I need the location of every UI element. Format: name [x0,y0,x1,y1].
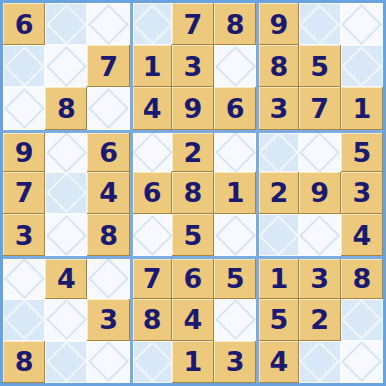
cell-r3c5: 9 [172,87,214,129]
diamond-ornament [215,132,256,172]
given-digit: 7 [184,11,203,38]
cell-r6c3: 8 [87,214,129,256]
cell-r8c1[interactable] [3,299,45,341]
given-digit: 4 [352,222,371,249]
diamond-ornament [299,132,340,172]
cell-r4c2[interactable] [45,130,87,172]
given-digit: 3 [15,222,34,249]
cell-r2c9[interactable] [341,45,383,87]
given-digit: 3 [184,53,203,80]
cell-r7c9: 8 [341,256,383,298]
given-digit: 8 [226,11,245,38]
cell-r9c2[interactable] [45,341,87,383]
cell-r2c8: 5 [299,45,341,87]
given-digit: 8 [352,265,371,292]
diamond-ornament [132,341,172,382]
cell-r3c2: 8 [45,87,87,129]
cell-r1c9[interactable] [341,3,383,45]
cell-r1c2[interactable] [45,3,87,45]
cell-r5c5: 8 [172,172,214,214]
diamond-ornament [88,258,129,298]
cell-r2c7: 8 [256,45,298,87]
given-digit: 7 [15,179,34,206]
cell-r3c3[interactable] [87,87,129,129]
given-digit: 1 [270,265,289,292]
cell-r5c2[interactable] [45,172,87,214]
diamond-ornament [132,215,172,256]
diamond-ornament [88,4,129,45]
diamond-ornament [258,215,298,256]
diamond-ornament [46,132,87,172]
cell-r2c2[interactable] [45,45,87,87]
given-digit: 1 [352,95,371,122]
cell-r4c9: 5 [341,130,383,172]
cell-r7c8: 3 [299,256,341,298]
given-digit: 5 [270,306,289,333]
diamond-ornament [341,341,382,382]
given-digit: 9 [184,95,203,122]
given-digit: 2 [310,306,329,333]
given-digit: 9 [270,11,289,38]
sudoku-board: 6789713858496371962574681293385447651383… [0,0,386,386]
cell-r5c7: 2 [256,172,298,214]
cell-r7c2: 4 [45,256,87,298]
given-digit: 6 [143,179,162,206]
given-digit: 5 [310,53,329,80]
diamond-ornament [4,299,45,340]
given-digit: 4 [99,179,118,206]
given-digit: 2 [184,139,203,166]
diamond-ornament [299,4,340,45]
diamond-ornament [88,88,129,129]
given-digit: 2 [270,179,289,206]
diamond-ornament [46,341,87,382]
cell-r1c6: 8 [214,3,256,45]
diamond-ornament [215,299,256,340]
cell-r1c1: 6 [3,3,45,45]
given-digit: 4 [184,306,203,333]
cell-r9c9[interactable] [341,341,383,383]
cell-r5c8: 9 [299,172,341,214]
cell-r1c4[interactable] [130,3,172,45]
cell-r2c1[interactable] [3,45,45,87]
cell-r1c8[interactable] [299,3,341,45]
cell-r3c1[interactable] [3,87,45,129]
diamond-ornament [215,215,256,256]
given-digit: 7 [99,53,118,80]
cell-r3c4: 4 [130,87,172,129]
cell-r7c4: 7 [130,256,172,298]
cell-r8c5: 4 [172,299,214,341]
given-digit: 8 [57,95,76,122]
given-digit: 3 [226,348,245,375]
diamond-ornament [341,299,382,340]
cell-r9c3[interactable] [87,341,129,383]
diamond-ornament [299,215,340,256]
cell-r8c6[interactable] [214,299,256,341]
given-digit: 8 [99,222,118,249]
diamond-ornament [46,299,87,340]
diamond-ornament [341,46,382,87]
given-digit: 4 [270,348,289,375]
cell-r2c3: 7 [87,45,129,87]
given-digit: 9 [310,179,329,206]
cell-r5c3: 4 [87,172,129,214]
cell-r2c4: 1 [130,45,172,87]
cell-r6c4[interactable] [130,214,172,256]
given-digit: 1 [143,53,162,80]
cell-r6c5: 5 [172,214,214,256]
given-digit: 5 [226,265,245,292]
cell-r4c1: 9 [3,130,45,172]
cell-r6c7[interactable] [256,214,298,256]
diamond-ornament [88,341,129,382]
cell-r7c5: 6 [172,256,214,298]
given-digit: 8 [15,348,34,375]
cell-r9c8[interactable] [299,341,341,383]
cell-r5c9: 3 [341,172,383,214]
cell-r8c2[interactable] [45,299,87,341]
cell-r7c7: 1 [256,256,298,298]
cell-r3c9: 1 [341,87,383,129]
diamond-ornament [4,88,45,129]
cell-r6c9: 4 [341,214,383,256]
cell-r9c1: 8 [3,341,45,383]
diamond-ornament [46,215,87,256]
given-digit: 6 [226,95,245,122]
cell-r8c4: 8 [130,299,172,341]
given-digit: 8 [184,179,203,206]
given-digit: 3 [310,265,329,292]
cell-r4c8[interactable] [299,130,341,172]
diamond-ornament [4,46,45,87]
given-digit: 4 [57,265,76,292]
given-digit: 1 [184,348,203,375]
cell-r7c3[interactable] [87,256,129,298]
cell-r8c9[interactable] [341,299,383,341]
cell-r4c6[interactable] [214,130,256,172]
cell-r4c4[interactable] [130,130,172,172]
cell-r7c1[interactable] [3,256,45,298]
cell-r4c3: 6 [87,130,129,172]
diamond-ornament [132,132,172,172]
cell-r4c7[interactable] [256,130,298,172]
cell-r1c3[interactable] [87,3,129,45]
cell-r9c6: 3 [214,341,256,383]
cell-r8c8: 2 [299,299,341,341]
cell-r7c6: 5 [214,256,256,298]
cell-r2c5: 3 [172,45,214,87]
cell-r8c7: 5 [256,299,298,341]
given-digit: 7 [310,95,329,122]
cell-r9c7: 4 [256,341,298,383]
cell-r9c4[interactable] [130,341,172,383]
given-digit: 5 [352,139,371,166]
given-digit: 8 [270,53,289,80]
cell-r6c8[interactable] [299,214,341,256]
given-digit: 3 [352,179,371,206]
cell-r6c1: 3 [3,214,45,256]
given-digit: 3 [270,95,289,122]
cell-r4c5: 2 [172,130,214,172]
cell-r6c2[interactable] [45,214,87,256]
given-digit: 6 [184,265,203,292]
cell-r5c4: 6 [130,172,172,214]
cell-r3c7: 3 [256,87,298,129]
diamond-ornament [299,341,340,382]
diamond-ornament [46,4,87,45]
diamond-ornament [46,172,87,213]
given-digit: 6 [99,139,118,166]
diamond-ornament [258,132,298,172]
diamond-ornament [341,4,382,45]
cell-r1c5: 7 [172,3,214,45]
diamond-ornament [4,258,45,298]
cell-r6c6[interactable] [214,214,256,256]
given-digit: 8 [143,306,162,333]
cell-r3c8: 7 [299,87,341,129]
given-digit: 6 [15,11,34,38]
diamond-ornament [132,4,172,45]
cell-r9c5: 1 [172,341,214,383]
cell-r2c6[interactable] [214,45,256,87]
diamond-ornament [46,46,87,87]
diamond-ornament [215,46,256,87]
given-digit: 3 [99,306,118,333]
given-digit: 5 [184,222,203,249]
given-digit: 4 [143,95,162,122]
given-digit: 9 [15,139,34,166]
cell-r5c6: 1 [214,172,256,214]
cell-r1c7: 9 [256,3,298,45]
cell-r5c1: 7 [3,172,45,214]
given-digit: 7 [143,265,162,292]
cell-r3c6: 6 [214,87,256,129]
given-digit: 1 [226,179,245,206]
cell-r8c3: 3 [87,299,129,341]
